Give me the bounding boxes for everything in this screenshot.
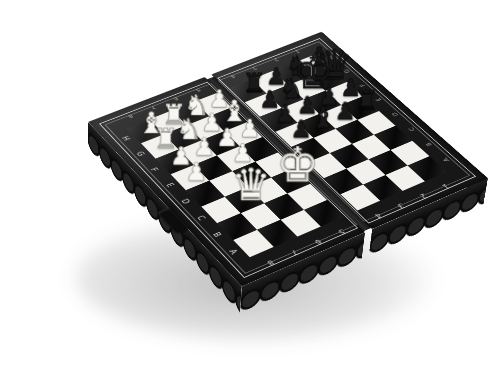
file-label-right-c: C xyxy=(408,126,417,131)
rank-label-5: 5 xyxy=(336,228,345,235)
white-pawn[interactable]: ♟ xyxy=(238,118,260,140)
file-label-b: B xyxy=(211,232,221,238)
white-king[interactable]: ♚ xyxy=(276,143,319,187)
black-bishop[interactable]: ♝ xyxy=(310,105,336,132)
white-queen[interactable]: ♛ xyxy=(231,166,271,207)
file-label-right-d: D xyxy=(391,111,400,116)
rank-label-8: 8 xyxy=(265,258,275,265)
square-a1[interactable] xyxy=(408,156,447,181)
file-label-right-e: E xyxy=(375,97,383,102)
rank-label-6: 6 xyxy=(313,238,322,245)
file-label-c: C xyxy=(195,215,205,221)
file-label-h: H xyxy=(120,136,130,142)
file-label-d: D xyxy=(179,198,190,205)
black-rook[interactable]: ♜ xyxy=(354,89,378,114)
rank-label-1: 1 xyxy=(440,182,449,189)
file-label-right-a: A xyxy=(442,157,451,162)
rank-label-3: 3 xyxy=(396,202,405,209)
rank-label-2: 2 xyxy=(418,192,427,199)
black-pawn[interactable]: ♟ xyxy=(334,101,356,123)
rank-label-far-2: 2 xyxy=(272,57,279,62)
square-d2[interactable] xyxy=(336,120,374,144)
white-pawn[interactable]: ♟ xyxy=(185,161,207,184)
file-label-right-b: B xyxy=(425,141,434,146)
file-label-e: E xyxy=(164,183,174,189)
rank-label-7: 7 xyxy=(289,248,299,255)
rank-label-4: 4 xyxy=(373,212,382,219)
file-label-f: F xyxy=(149,167,158,172)
rank-label-far-4: 4 xyxy=(229,74,236,79)
rank-label-far-8: 8 xyxy=(126,113,133,118)
square-a4[interactable] xyxy=(340,185,380,211)
white-pawn[interactable]: ♟ xyxy=(193,136,215,159)
file-label-g: G xyxy=(134,151,144,157)
product-photo-chess-set: ♝♜♞♟♜♞♟♝♟♟♟♟♟♟♛♚ HGFEDCBA87658765 ♜♟♞♝♟♞… xyxy=(0,0,500,390)
file-label-a: A xyxy=(227,249,237,256)
